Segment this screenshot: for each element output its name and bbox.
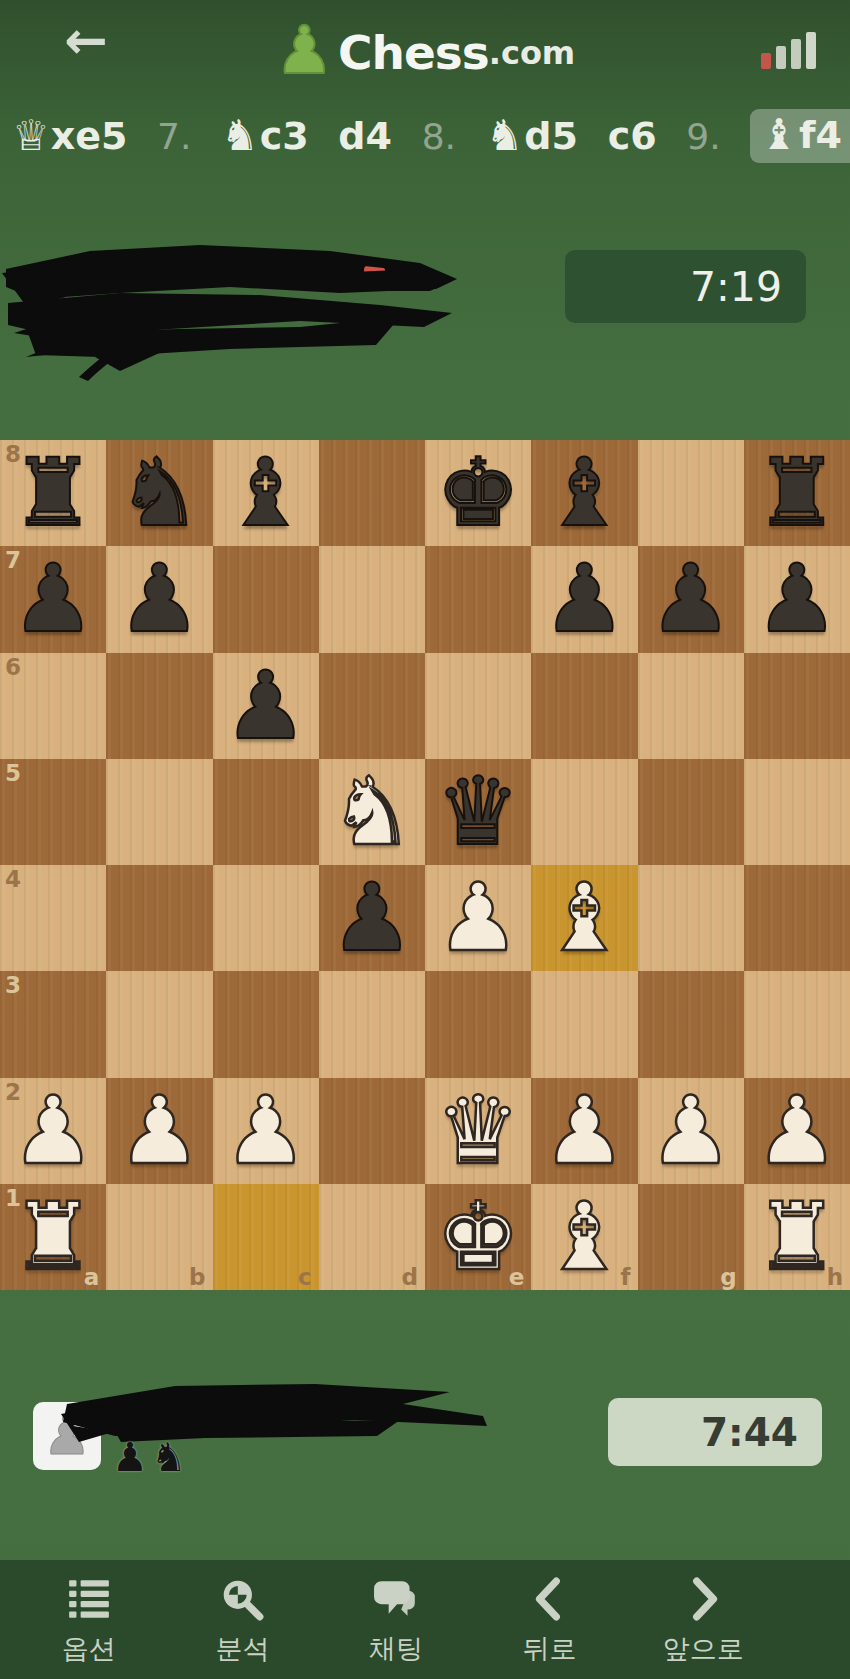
chesscom-logo: ♟ Chess .com — [0, 0, 850, 105]
square-g2[interactable]: ♟ — [638, 1078, 744, 1184]
opponent-row: 7:19 — [0, 167, 850, 440]
square-a5[interactable]: 5 — [0, 759, 106, 865]
square-d7[interactable] — [319, 546, 425, 652]
square-d6[interactable] — [319, 653, 425, 759]
square-d3[interactable] — [319, 971, 425, 1077]
square-b6[interactable] — [106, 653, 212, 759]
chess-app: ← ♟ Chess .com ♕xe57.♞c3d48.♞d5c69.♝f4 7… — [0, 0, 850, 1679]
opponent-clock-time: 7:19 — [690, 263, 782, 311]
square-f1[interactable]: f♝ — [531, 1184, 637, 1290]
back-icon — [527, 1576, 573, 1622]
file-label-c: c — [298, 1264, 312, 1290]
player-clock-time: 7:44 — [701, 1410, 798, 1455]
square-f7[interactable]: ♟ — [531, 546, 637, 652]
nav-item-options[interactable]: 옵션 — [12, 1576, 166, 1667]
captured-black-knight: ♞ — [151, 1434, 190, 1480]
rank-label-4: 4 — [5, 866, 21, 892]
square-f4[interactable]: ♝ — [531, 865, 637, 971]
player-clock: 7:44 — [608, 1398, 822, 1466]
file-label-e: e — [509, 1264, 525, 1290]
square-e1[interactable]: e♚ — [425, 1184, 531, 1290]
square-e3[interactable] — [425, 971, 531, 1077]
piece-white-rook-a1[interactable]: ♜ — [11, 1190, 95, 1284]
piece-white-pawn-b2[interactable]: ♟ — [117, 1084, 201, 1178]
chat-icon — [373, 1576, 419, 1622]
square-e4[interactable]: ♟ — [425, 865, 531, 971]
square-f8[interactable]: ♝ — [531, 440, 637, 546]
square-e5[interactable]: ♛ — [425, 759, 531, 865]
move-text: c6 — [608, 114, 657, 158]
square-c6[interactable]: ♟ — [213, 653, 319, 759]
square-c5[interactable] — [213, 759, 319, 865]
square-b5[interactable] — [106, 759, 212, 865]
square-h1[interactable]: h♜ — [744, 1184, 850, 1290]
square-b8[interactable]: ♞ — [106, 440, 212, 546]
piece-white-pawn-h2[interactable]: ♟ — [755, 1084, 839, 1178]
nav-label-analysis: 분석 — [215, 1631, 269, 1667]
piece-black-pawn-h7[interactable]: ♟ — [755, 552, 839, 646]
player-row: ♟ ♟♞ 7:44 — [0, 1290, 850, 1560]
nav-label-forward: 앞으로 — [663, 1631, 744, 1667]
rank-label-7: 7 — [5, 547, 21, 573]
logo-text-main: Chess — [338, 25, 489, 80]
move-item-d4[interactable]: d4 — [338, 114, 392, 158]
move-item-c6[interactable]: c6 — [608, 114, 657, 158]
piece-black-pawn-a7[interactable]: ♟ — [11, 552, 95, 646]
figurine-icon: ♞ — [221, 115, 259, 157]
nav-label-back: 뒤로 — [523, 1631, 577, 1667]
piece-black-queen-e5[interactable]: ♛ — [436, 765, 520, 859]
square-h8[interactable]: ♜ — [744, 440, 850, 546]
piece-white-bishop-f4[interactable]: ♝ — [542, 871, 626, 965]
file-label-f: f — [620, 1264, 630, 1290]
logo-text-suffix: .com — [489, 34, 575, 72]
captured-black-pawn: ♟ — [112, 1434, 151, 1480]
figurine-icon: ♕ — [12, 115, 50, 157]
square-d5[interactable]: ♞ — [319, 759, 425, 865]
top-bar: ← ♟ Chess .com — [0, 0, 850, 105]
square-b7[interactable]: ♟ — [106, 546, 212, 652]
nav-label-options: 옵션 — [62, 1631, 116, 1667]
square-d8[interactable] — [319, 440, 425, 546]
piece-black-king-e8[interactable]: ♚ — [436, 446, 520, 540]
move-number-9: 9. — [686, 116, 720, 157]
file-label-g: g — [720, 1264, 736, 1290]
bottom-nav: 옵션분석채팅뒤로앞으로 — [0, 1560, 850, 1679]
square-h3[interactable] — [744, 971, 850, 1077]
square-h2[interactable]: ♟ — [744, 1078, 850, 1184]
opponent-clock: 7:19 — [565, 250, 806, 323]
piece-black-pawn-f7[interactable]: ♟ — [542, 552, 626, 646]
captured-pieces-tray: ♟♞ — [112, 1434, 190, 1480]
rank-label-5: 5 — [5, 760, 21, 786]
piece-black-pawn-d4[interactable]: ♟ — [330, 871, 414, 965]
move-item-d5[interactable]: ♞d5 — [486, 114, 578, 158]
square-b2[interactable]: ♟ — [106, 1078, 212, 1184]
file-label-b: b — [189, 1264, 205, 1290]
square-g6[interactable] — [638, 653, 744, 759]
piece-white-pawn-g2[interactable]: ♟ — [648, 1084, 732, 1178]
square-c2[interactable]: ♟ — [213, 1078, 319, 1184]
move-text: xe5 — [51, 114, 128, 158]
square-c3[interactable] — [213, 971, 319, 1077]
piece-black-rook-h8[interactable]: ♜ — [755, 446, 839, 540]
square-g8[interactable] — [638, 440, 744, 546]
piece-white-pawn-f2[interactable]: ♟ — [542, 1084, 626, 1178]
square-h7[interactable]: ♟ — [744, 546, 850, 652]
square-g4[interactable] — [638, 865, 744, 971]
signal-strength-icon — [761, 32, 816, 69]
square-g5[interactable] — [638, 759, 744, 865]
file-label-a: a — [84, 1264, 100, 1290]
piece-white-pawn-a2[interactable]: ♟ — [11, 1084, 95, 1178]
nav-item-chat[interactable]: 채팅 — [319, 1576, 473, 1667]
figurine-icon: ♞ — [486, 115, 524, 157]
square-b3[interactable] — [106, 971, 212, 1077]
forward-icon — [680, 1576, 726, 1622]
square-c4[interactable] — [213, 865, 319, 971]
square-a6[interactable]: 6 — [0, 653, 106, 759]
rank-label-6: 6 — [5, 654, 21, 680]
piece-white-pawn-e4[interactable]: ♟ — [436, 871, 520, 965]
figurine-icon: ♝ — [760, 114, 798, 156]
move-item-c3[interactable]: ♞c3 — [221, 114, 309, 158]
square-a8[interactable]: 8♜ — [0, 440, 106, 546]
file-label-d: d — [402, 1264, 418, 1290]
square-f3[interactable] — [531, 971, 637, 1077]
nav-item-back[interactable]: 뒤로 — [473, 1576, 627, 1667]
square-g7[interactable]: ♟ — [638, 546, 744, 652]
move-number-7: 7. — [157, 116, 191, 157]
rank-label-1: 1 — [5, 1185, 21, 1211]
move-item-f4[interactable]: ♝f4 — [750, 109, 850, 163]
square-e6[interactable] — [425, 653, 531, 759]
square-e7[interactable] — [425, 546, 531, 652]
piece-black-pawn-c6[interactable]: ♟ — [223, 659, 307, 753]
piece-white-king-e1[interactable]: ♚ — [436, 1190, 520, 1284]
piece-black-knight-b8[interactable]: ♞ — [117, 446, 201, 540]
square-h4[interactable] — [744, 865, 850, 971]
square-a1[interactable]: 1a♜ — [0, 1184, 106, 1290]
square-g3[interactable] — [638, 971, 744, 1077]
options-list-icon — [66, 1576, 112, 1622]
piece-white-queen-e2[interactable]: ♛ — [436, 1084, 520, 1178]
piece-black-bishop-c8[interactable]: ♝ — [223, 446, 307, 540]
square-h5[interactable] — [744, 759, 850, 865]
square-a3[interactable]: 3 — [0, 971, 106, 1077]
square-c8[interactable]: ♝ — [213, 440, 319, 546]
move-list-bar: ♕xe57.♞c3d48.♞d5c69.♝f4 — [0, 105, 850, 167]
square-f5[interactable] — [531, 759, 637, 865]
square-e2[interactable]: ♛ — [425, 1078, 531, 1184]
move-text: d4 — [338, 114, 392, 158]
piece-white-bishop-f1[interactable]: ♝ — [542, 1190, 626, 1284]
nav-label-chat: 채팅 — [369, 1631, 423, 1667]
logo-pawn-icon: ♟ — [275, 18, 334, 84]
nav-item-forward[interactable]: 앞으로 — [626, 1576, 780, 1667]
square-h6[interactable] — [744, 653, 850, 759]
piece-black-bishop-f8[interactable]: ♝ — [542, 446, 626, 540]
move-item-xe5[interactable]: ♕xe5 — [12, 114, 127, 158]
square-d4[interactable]: ♟ — [319, 865, 425, 971]
square-c1[interactable]: c — [213, 1184, 319, 1290]
square-d2[interactable] — [319, 1078, 425, 1184]
piece-black-pawn-b7[interactable]: ♟ — [117, 552, 201, 646]
square-a7[interactable]: 7♟ — [0, 546, 106, 652]
redacted-opponent-name — [0, 207, 470, 437]
square-g1[interactable]: g — [638, 1184, 744, 1290]
analysis-icon — [219, 1576, 265, 1622]
move-number-8: 8. — [422, 116, 456, 157]
nav-item-analysis[interactable]: 분석 — [166, 1576, 320, 1667]
square-f6[interactable] — [531, 653, 637, 759]
piece-black-rook-a8[interactable]: ♜ — [11, 446, 95, 540]
square-f2[interactable]: ♟ — [531, 1078, 637, 1184]
piece-black-pawn-g7[interactable]: ♟ — [648, 552, 732, 646]
square-b4[interactable] — [106, 865, 212, 971]
rank-label-8: 8 — [5, 441, 21, 467]
square-a2[interactable]: 2♟ — [0, 1078, 106, 1184]
square-e8[interactable]: ♚ — [425, 440, 531, 546]
file-label-h: h — [827, 1264, 843, 1290]
chess-board: 8♜♞♝♚♝♜7♟♟♟♟♟6♟5♞♛4♟♟♝32♟♟♟♛♟♟♟1a♜bcde♚f… — [0, 440, 850, 1290]
move-text: f4 — [799, 113, 842, 157]
square-c7[interactable] — [213, 546, 319, 652]
piece-white-knight-d5[interactable]: ♞ — [330, 765, 414, 859]
rank-label-3: 3 — [5, 972, 21, 998]
square-a4[interactable]: 4 — [0, 865, 106, 971]
move-text: c3 — [260, 114, 309, 158]
square-b1[interactable]: b — [106, 1184, 212, 1290]
square-d1[interactable]: d — [319, 1184, 425, 1290]
move-text: d5 — [524, 114, 578, 158]
rank-label-2: 2 — [5, 1079, 21, 1105]
piece-white-pawn-c2[interactable]: ♟ — [223, 1084, 307, 1178]
